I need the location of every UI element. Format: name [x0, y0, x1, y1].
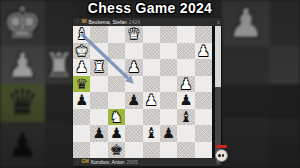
square-g2[interactable] [177, 125, 194, 142]
square-f2[interactable]: ♟ [160, 125, 177, 142]
square-a3[interactable] [73, 109, 90, 126]
square-a6[interactable]: ♟ [73, 59, 90, 76]
black-pawn[interactable]: ♟ [93, 125, 106, 142]
black-pawn[interactable]: ♟ [75, 92, 88, 109]
more-icon[interactable]: ⋮ [75, 18, 80, 26]
watermark-red-label [216, 145, 227, 148]
square-h4[interactable] [195, 92, 212, 109]
black-bishop[interactable]: ♝ [145, 125, 158, 142]
player-title-badge-bottom: GM [82, 158, 89, 166]
channel-watermark [212, 145, 230, 162]
white-queen[interactable]: ♛ [127, 26, 140, 43]
square-g6[interactable] [177, 59, 194, 76]
square-h2[interactable] [195, 125, 212, 142]
square-f8[interactable] [160, 26, 177, 43]
square-e6[interactable] [143, 59, 160, 76]
black-pawn[interactable]: ♟ [110, 125, 123, 142]
square-f6[interactable] [160, 59, 177, 76]
square-h5[interactable] [195, 76, 212, 93]
square-c8[interactable] [108, 26, 125, 43]
white-pawn[interactable]: ♟ [179, 76, 192, 93]
player-rating-bottom: 2665 [127, 158, 138, 166]
square-b2[interactable]: ♟ [90, 125, 107, 142]
black-pawn[interactable]: ♟ [179, 92, 192, 109]
watermark-avatar-icon [215, 149, 228, 162]
square-f5[interactable] [160, 76, 177, 93]
square-f3[interactable] [160, 109, 177, 126]
black-bishop[interactable]: ♝ [179, 109, 192, 126]
video-title: Chess Game 2024 [0, 0, 300, 16]
square-b8[interactable] [90, 26, 107, 43]
square-e8[interactable] [143, 26, 160, 43]
square-g8[interactable] [177, 26, 194, 43]
square-c2[interactable]: ♟ [108, 125, 125, 142]
black-king[interactable]: ♚ [110, 142, 123, 159]
player-bar-top: ⋮ IM Beukema, Stefan 2424 ≡ [73, 18, 222, 26]
white-pawn[interactable]: ♟ [197, 43, 210, 60]
evaluation-bar [215, 26, 221, 158]
square-e3[interactable] [143, 109, 160, 126]
square-b7[interactable] [90, 43, 107, 60]
square-e7[interactable] [143, 43, 160, 60]
square-b4[interactable] [90, 92, 107, 109]
player-title-badge-top: IM [82, 18, 87, 26]
square-c6[interactable] [108, 59, 125, 76]
square-h7[interactable]: ♟ [195, 43, 212, 60]
player-name-top[interactable]: Beukema, Stefan [89, 18, 127, 26]
square-g1[interactable] [177, 142, 194, 159]
square-h3[interactable] [195, 109, 212, 126]
square-h1[interactable] [195, 142, 212, 159]
square-g7[interactable] [177, 43, 194, 60]
video-frame: ♚♟♜♛♟♟ Chess Game 2024 ⋮ IM Beukema, Ste… [0, 0, 300, 168]
square-a7[interactable]: ♚ [73, 43, 90, 60]
board-grid: ♝♛♚♟♟♜♟♛♟♟♟♟♟♞♝♟♟♝♟♚ [73, 26, 212, 158]
white-pawn[interactable]: ♟ [75, 59, 88, 76]
square-d4[interactable]: ♟ [125, 92, 142, 109]
square-e1[interactable] [143, 142, 160, 159]
square-a1[interactable] [73, 142, 90, 159]
eval-column [212, 26, 222, 158]
chess-board[interactable]: ♝♛♚♟♟♜♟♛♟♟♟♟♟♞♝♟♟♝♟♚ [73, 26, 212, 158]
square-d3[interactable] [125, 109, 142, 126]
square-e2[interactable]: ♝ [143, 125, 160, 142]
white-pawn[interactable]: ♟ [127, 59, 140, 76]
player-name-bottom[interactable]: Korobov, Anton [91, 158, 125, 166]
square-b5[interactable] [90, 76, 107, 93]
square-d7[interactable] [125, 43, 142, 60]
square-a2[interactable] [73, 125, 90, 142]
square-g3[interactable]: ♝ [177, 109, 194, 126]
square-f4[interactable] [160, 92, 177, 109]
square-e5[interactable] [143, 76, 160, 93]
square-f7[interactable] [160, 43, 177, 60]
square-a4[interactable]: ♟ [73, 92, 90, 109]
white-bishop[interactable]: ♝ [75, 26, 88, 43]
square-b3[interactable] [90, 109, 107, 126]
white-rook[interactable]: ♜ [93, 59, 106, 76]
square-d1[interactable] [125, 142, 142, 159]
square-c3[interactable]: ♞ [108, 109, 125, 126]
square-a5[interactable]: ♛ [73, 76, 90, 93]
white-king[interactable]: ♚ [75, 43, 88, 60]
player-bar-bottom: ⋮ GM Korobov, Anton 2665 ⇅ [73, 158, 222, 166]
more-icon[interactable]: ⋮ [75, 158, 80, 166]
board-area: ♝♛♚♟♟♜♟♛♟♟♟♟♟♞♝♟♟♝♟♚ [73, 26, 222, 158]
white-knight[interactable]: ♞ [110, 109, 123, 126]
black-pawn[interactable]: ♟ [162, 125, 175, 142]
square-d2[interactable] [125, 125, 142, 142]
player-rating-top: 2424 [129, 18, 140, 26]
square-a8[interactable]: ♝ [73, 26, 90, 43]
square-c1[interactable]: ♚ [108, 142, 125, 159]
square-c5[interactable] [108, 76, 125, 93]
square-d8[interactable]: ♛ [125, 26, 142, 43]
square-c7[interactable] [108, 43, 125, 60]
square-d5[interactable] [125, 76, 142, 93]
square-f1[interactable] [160, 142, 177, 159]
square-d6[interactable]: ♟ [125, 59, 142, 76]
black-pawn[interactable]: ♟ [127, 92, 140, 109]
menu-icon[interactable]: ≡ [217, 18, 220, 26]
square-h6[interactable] [195, 59, 212, 76]
square-g4[interactable]: ♟ [177, 92, 194, 109]
square-b1[interactable] [90, 142, 107, 159]
square-g5[interactable]: ♟ [177, 76, 194, 93]
square-e4[interactable]: ♟ [143, 92, 160, 109]
square-b6[interactable]: ♜ [90, 59, 107, 76]
square-h8[interactable] [195, 26, 212, 43]
white-pawn[interactable]: ♟ [145, 92, 158, 109]
square-c4[interactable] [108, 92, 125, 109]
chess-app-window: ⋮ IM Beukema, Stefan 2424 ≡ ♝♛♚♟♟♜♟♛♟♟♟♟… [73, 18, 222, 166]
black-queen[interactable]: ♛ [75, 76, 88, 93]
evaluation-bar-white-part [215, 26, 221, 87]
